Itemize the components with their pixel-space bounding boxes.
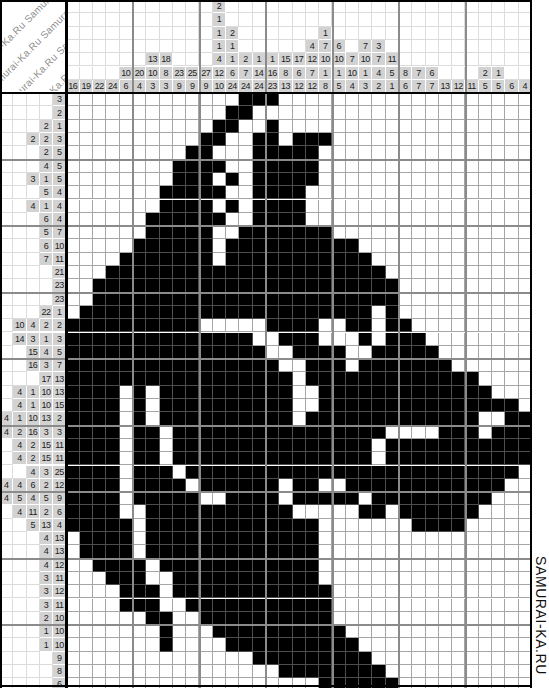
grid-cell-empty[interactable] (120, 479, 133, 492)
grid-cell-empty[interactable] (505, 652, 518, 665)
grid-cell-filled[interactable] (266, 306, 279, 319)
grid-cell-filled[interactable] (279, 665, 292, 678)
grid-cell-filled[interactable] (200, 226, 213, 239)
grid-cell-empty[interactable] (346, 333, 359, 346)
grid-cell-filled[interactable] (359, 293, 372, 306)
grid-cell-filled[interactable] (106, 386, 119, 399)
grid-cell-empty[interactable] (505, 545, 518, 558)
grid-cell-filled[interactable] (239, 466, 252, 479)
grid-cell-empty[interactable] (386, 532, 399, 545)
grid-cell-empty[interactable] (186, 93, 199, 106)
grid-cell-empty[interactable] (426, 213, 439, 226)
grid-cell-filled[interactable] (293, 572, 306, 585)
grid-cell-empty[interactable] (439, 599, 452, 612)
grid-cell-filled[interactable] (200, 426, 213, 439)
grid-cell-empty[interactable] (93, 652, 106, 665)
grid-cell-filled[interactable] (200, 200, 213, 213)
grid-cell-filled[interactable] (106, 266, 119, 279)
grid-cell-filled[interactable] (319, 306, 332, 319)
grid-cell-filled[interactable] (173, 359, 186, 372)
grid-cell-empty[interactable] (173, 466, 186, 479)
grid-cell-empty[interactable] (359, 492, 372, 505)
grid-cell-filled[interactable] (186, 266, 199, 279)
grid-cell-filled[interactable] (266, 133, 279, 146)
grid-cell-filled[interactable] (93, 386, 106, 399)
grid-cell-empty[interactable] (146, 638, 159, 651)
grid-cell-filled[interactable] (333, 665, 346, 678)
grid-cell-empty[interactable] (399, 652, 412, 665)
grid-cell-empty[interactable] (399, 213, 412, 226)
grid-cell-filled[interactable] (426, 505, 439, 518)
grid-cell-empty[interactable] (239, 160, 252, 173)
grid-cell-filled[interactable] (200, 359, 213, 372)
grid-cell-filled[interactable] (346, 266, 359, 279)
grid-cell-empty[interactable] (466, 652, 479, 665)
grid-cell-filled[interactable] (80, 333, 93, 346)
grid-cell-empty[interactable] (319, 559, 332, 572)
grid-cell-empty[interactable] (412, 532, 425, 545)
grid-cell-empty[interactable] (426, 226, 439, 239)
grid-cell-filled[interactable] (173, 293, 186, 306)
grid-cell-empty[interactable] (160, 585, 173, 598)
grid-cell-empty[interactable] (505, 226, 518, 239)
grid-cell-filled[interactable] (133, 559, 146, 572)
grid-cell-filled[interactable] (372, 399, 385, 412)
grid-cell-empty[interactable] (319, 545, 332, 558)
grid-cell-empty[interactable] (146, 678, 159, 688)
grid-cell-empty[interactable] (452, 253, 465, 266)
grid-cell-empty[interactable] (452, 279, 465, 292)
grid-cell-filled[interactable] (266, 412, 279, 425)
grid-cell-empty[interactable] (80, 146, 93, 159)
grid-cell-filled[interactable] (253, 386, 266, 399)
grid-cell-filled[interactable] (226, 173, 239, 186)
grid-cell-empty[interactable] (386, 638, 399, 651)
grid-cell-filled[interactable] (67, 399, 80, 412)
grid-cell-filled[interactable] (253, 213, 266, 226)
grid-cell-empty[interactable] (359, 585, 372, 598)
grid-cell-filled[interactable] (306, 665, 319, 678)
grid-cell-filled[interactable] (346, 466, 359, 479)
grid-cell-empty[interactable] (160, 678, 173, 688)
grid-cell-empty[interactable] (279, 133, 292, 146)
grid-cell-filled[interactable] (412, 359, 425, 372)
grid-cell-filled[interactable] (466, 386, 479, 399)
grid-cell-filled[interactable] (319, 585, 332, 598)
grid-cell-filled[interactable] (279, 146, 292, 159)
grid-cell-filled[interactable] (93, 399, 106, 412)
grid-cell-filled[interactable] (160, 545, 173, 558)
grid-cell-filled[interactable] (333, 652, 346, 665)
grid-cell-empty[interactable] (452, 612, 465, 625)
grid-cell-empty[interactable] (426, 266, 439, 279)
grid-cell-empty[interactable] (466, 306, 479, 319)
grid-cell-empty[interactable] (106, 226, 119, 239)
grid-cell-filled[interactable] (106, 372, 119, 385)
grid-cell-empty[interactable] (466, 239, 479, 252)
grid-cell-filled[interactable] (200, 466, 213, 479)
grid-cell-empty[interactable] (466, 665, 479, 678)
grid-cell-empty[interactable] (466, 293, 479, 306)
grid-cell-filled[interactable] (67, 492, 80, 505)
grid-cell-empty[interactable] (160, 572, 173, 585)
grid-cell-empty[interactable] (479, 186, 492, 199)
grid-cell-filled[interactable] (200, 306, 213, 319)
grid-cell-empty[interactable] (346, 359, 359, 372)
grid-cell-empty[interactable] (412, 160, 425, 173)
grid-cell-empty[interactable] (505, 678, 518, 688)
grid-cell-empty[interactable] (399, 239, 412, 252)
grid-cell-empty[interactable] (359, 186, 372, 199)
grid-cell-empty[interactable] (160, 160, 173, 173)
grid-cell-filled[interactable] (399, 466, 412, 479)
grid-cell-empty[interactable] (492, 585, 505, 598)
grid-cell-empty[interactable] (452, 665, 465, 678)
grid-cell-empty[interactable] (412, 279, 425, 292)
grid-cell-filled[interactable] (319, 133, 332, 146)
grid-cell-empty[interactable] (306, 200, 319, 213)
grid-cell-filled[interactable] (266, 399, 279, 412)
grid-cell-empty[interactable] (226, 186, 239, 199)
grid-cell-filled[interactable] (293, 652, 306, 665)
grid-cell-filled[interactable] (359, 426, 372, 439)
grid-cell-empty[interactable] (293, 106, 306, 119)
grid-cell-empty[interactable] (226, 665, 239, 678)
grid-cell-empty[interactable] (372, 306, 385, 319)
grid-cell-filled[interactable] (266, 585, 279, 598)
grid-cell-filled[interactable] (279, 399, 292, 412)
grid-cell-filled[interactable] (160, 200, 173, 213)
grid-cell-filled[interactable] (200, 239, 213, 252)
grid-cell-filled[interactable] (306, 492, 319, 505)
grid-cell-filled[interactable] (266, 200, 279, 213)
grid-cell-filled[interactable] (226, 599, 239, 612)
grid-cell-filled[interactable] (239, 346, 252, 359)
grid-cell-filled[interactable] (133, 319, 146, 332)
grid-cell-empty[interactable] (93, 678, 106, 688)
grid-cell-filled[interactable] (266, 372, 279, 385)
grid-cell-filled[interactable] (160, 253, 173, 266)
grid-cell-empty[interactable] (120, 146, 133, 159)
grid-cell-filled[interactable] (359, 266, 372, 279)
grid-cell-filled[interactable] (333, 439, 346, 452)
grid-cell-filled[interactable] (466, 505, 479, 518)
grid-cell-empty[interactable] (426, 93, 439, 106)
grid-cell-filled[interactable] (306, 279, 319, 292)
grid-cell-filled[interactable] (106, 572, 119, 585)
grid-cell-empty[interactable] (452, 306, 465, 319)
grid-cell-filled[interactable] (372, 293, 385, 306)
grid-cell-empty[interactable] (120, 625, 133, 638)
grid-cell-filled[interactable] (306, 519, 319, 532)
grid-cell-empty[interactable] (492, 93, 505, 106)
grid-cell-filled[interactable] (173, 439, 186, 452)
grid-cell-filled[interactable] (173, 505, 186, 518)
grid-cell-empty[interactable] (120, 213, 133, 226)
grid-cell-empty[interactable] (359, 93, 372, 106)
grid-cell-filled[interactable] (293, 426, 306, 439)
grid-cell-filled[interactable] (213, 559, 226, 572)
grid-cell-filled[interactable] (293, 545, 306, 558)
grid-cell-filled[interactable] (133, 572, 146, 585)
grid-cell-empty[interactable] (466, 213, 479, 226)
grid-cell-empty[interactable] (492, 266, 505, 279)
grid-cell-filled[interactable] (133, 492, 146, 505)
grid-cell-empty[interactable] (200, 625, 213, 638)
grid-cell-filled[interactable] (479, 439, 492, 452)
grid-cell-filled[interactable] (186, 439, 199, 452)
grid-cell-empty[interactable] (492, 186, 505, 199)
grid-cell-filled[interactable] (106, 399, 119, 412)
grid-cell-filled[interactable] (319, 253, 332, 266)
grid-cell-filled[interactable] (253, 638, 266, 651)
grid-cell-empty[interactable] (133, 93, 146, 106)
grid-cell-filled[interactable] (266, 652, 279, 665)
grid-cell-empty[interactable] (67, 612, 80, 625)
grid-cell-filled[interactable] (386, 439, 399, 452)
grid-cell-empty[interactable] (319, 532, 332, 545)
grid-cell-empty[interactable] (120, 399, 133, 412)
grid-cell-filled[interactable] (106, 306, 119, 319)
grid-cell-filled[interactable] (186, 386, 199, 399)
grid-cell-empty[interactable] (492, 120, 505, 133)
grid-cell-filled[interactable] (439, 386, 452, 399)
grid-cell-empty[interactable] (279, 106, 292, 119)
grid-cell-empty[interactable] (106, 173, 119, 186)
grid-cell-filled[interactable] (359, 399, 372, 412)
grid-cell-empty[interactable] (359, 625, 372, 638)
grid-cell-empty[interactable] (93, 638, 106, 651)
grid-cell-filled[interactable] (399, 346, 412, 359)
grid-cell-empty[interactable] (492, 293, 505, 306)
grid-cell-empty[interactable] (346, 572, 359, 585)
grid-cell-empty[interactable] (479, 572, 492, 585)
grid-cell-filled[interactable] (319, 372, 332, 385)
grid-cell-empty[interactable] (439, 133, 452, 146)
grid-cell-empty[interactable] (120, 120, 133, 133)
grid-cell-empty[interactable] (505, 333, 518, 346)
grid-cell-filled[interactable] (200, 399, 213, 412)
grid-cell-filled[interactable] (279, 612, 292, 625)
grid-cell-empty[interactable] (399, 146, 412, 159)
grid-cell-empty[interactable] (452, 133, 465, 146)
grid-cell-empty[interactable] (306, 505, 319, 518)
grid-cell-empty[interactable] (319, 505, 332, 518)
grid-cell-empty[interactable] (399, 106, 412, 119)
grid-cell-filled[interactable] (200, 439, 213, 452)
grid-cell-empty[interactable] (293, 505, 306, 518)
grid-cell-filled[interactable] (67, 333, 80, 346)
grid-cell-empty[interactable] (93, 186, 106, 199)
grid-cell-filled[interactable] (293, 492, 306, 505)
grid-cell-empty[interactable] (466, 253, 479, 266)
grid-cell-empty[interactable] (359, 346, 372, 359)
grid-cell-filled[interactable] (306, 466, 319, 479)
grid-cell-empty[interactable] (80, 678, 93, 688)
grid-cell-filled[interactable] (239, 333, 252, 346)
grid-cell-filled[interactable] (160, 186, 173, 199)
grid-cell-filled[interactable] (319, 412, 332, 425)
grid-cell-filled[interactable] (226, 572, 239, 585)
grid-cell-empty[interactable] (505, 266, 518, 279)
grid-cell-filled[interactable] (293, 346, 306, 359)
grid-cell-filled[interactable] (200, 173, 213, 186)
grid-cell-empty[interactable] (452, 93, 465, 106)
grid-cell-filled[interactable] (146, 532, 159, 545)
grid-cell-filled[interactable] (412, 452, 425, 465)
grid-cell-filled[interactable] (226, 439, 239, 452)
grid-cell-empty[interactable] (319, 572, 332, 585)
grid-cell-empty[interactable] (200, 638, 213, 651)
grid-cell-empty[interactable] (253, 333, 266, 346)
grid-cell-filled[interactable] (293, 452, 306, 465)
grid-cell-empty[interactable] (426, 572, 439, 585)
grid-cell-empty[interactable] (452, 572, 465, 585)
grid-cell-filled[interactable] (93, 293, 106, 306)
grid-cell-filled[interactable] (386, 412, 399, 425)
grid-cell-empty[interactable] (133, 173, 146, 186)
grid-cell-empty[interactable] (266, 333, 279, 346)
grid-cell-empty[interactable] (505, 386, 518, 399)
grid-cell-filled[interactable] (226, 505, 239, 518)
grid-cell-empty[interactable] (93, 625, 106, 638)
grid-cell-empty[interactable] (412, 612, 425, 625)
grid-cell-empty[interactable] (146, 200, 159, 213)
grid-cell-filled[interactable] (293, 625, 306, 638)
grid-cell-filled[interactable] (306, 452, 319, 465)
grid-cell-filled[interactable] (479, 452, 492, 465)
grid-cell-filled[interactable] (239, 452, 252, 465)
grid-cell-filled[interactable] (106, 545, 119, 558)
grid-cell-filled[interactable] (279, 293, 292, 306)
grid-cell-filled[interactable] (412, 412, 425, 425)
grid-cell-empty[interactable] (492, 306, 505, 319)
grid-cell-empty[interactable] (160, 452, 173, 465)
grid-cell-empty[interactable] (439, 106, 452, 119)
grid-cell-empty[interactable] (186, 133, 199, 146)
grid-cell-empty[interactable] (266, 106, 279, 119)
grid-cell-empty[interactable] (452, 333, 465, 346)
grid-cell-empty[interactable] (412, 426, 425, 439)
grid-cell-filled[interactable] (226, 612, 239, 625)
grid-cell-filled[interactable] (253, 439, 266, 452)
grid-cell-empty[interactable] (479, 412, 492, 425)
grid-cell-empty[interactable] (67, 678, 80, 688)
grid-cell-empty[interactable] (479, 545, 492, 558)
grid-cell-filled[interactable] (426, 412, 439, 425)
grid-cell-filled[interactable] (186, 492, 199, 505)
grid-cell-filled[interactable] (239, 279, 252, 292)
grid-cell-empty[interactable] (359, 160, 372, 173)
grid-cell-filled[interactable] (200, 253, 213, 266)
grid-cell-empty[interactable] (439, 93, 452, 106)
grid-cell-filled[interactable] (160, 213, 173, 226)
grid-cell-filled[interactable] (359, 466, 372, 479)
grid-cell-empty[interactable] (492, 505, 505, 518)
grid-cell-empty[interactable] (479, 266, 492, 279)
grid-cell-empty[interactable] (399, 266, 412, 279)
grid-cell-filled[interactable] (412, 479, 425, 492)
grid-cell-empty[interactable] (439, 572, 452, 585)
grid-cell-empty[interactable] (239, 319, 252, 332)
grid-cell-filled[interactable] (160, 612, 173, 625)
grid-cell-filled[interactable] (239, 625, 252, 638)
grid-cell-filled[interactable] (279, 186, 292, 199)
grid-cell-filled[interactable] (226, 293, 239, 306)
grid-cell-filled[interactable] (319, 466, 332, 479)
grid-cell-filled[interactable] (452, 439, 465, 452)
grid-cell-filled[interactable] (93, 333, 106, 346)
grid-cell-empty[interactable] (213, 93, 226, 106)
grid-cell-empty[interactable] (359, 239, 372, 252)
grid-cell-empty[interactable] (146, 146, 159, 159)
grid-cell-empty[interactable] (505, 532, 518, 545)
grid-cell-filled[interactable] (186, 399, 199, 412)
grid-cell-filled[interactable] (333, 426, 346, 439)
grid-cell-empty[interactable] (67, 279, 80, 292)
grid-cell-filled[interactable] (67, 466, 80, 479)
grid-cell-filled[interactable] (306, 306, 319, 319)
grid-cell-filled[interactable] (333, 386, 346, 399)
grid-cell-filled[interactable] (253, 186, 266, 199)
grid-cell-filled[interactable] (146, 426, 159, 439)
grid-cell-filled[interactable] (120, 346, 133, 359)
grid-cell-filled[interactable] (133, 306, 146, 319)
grid-cell-filled[interactable] (120, 572, 133, 585)
grid-cell-empty[interactable] (452, 585, 465, 598)
grid-cell-filled[interactable] (93, 479, 106, 492)
grid-cell-filled[interactable] (239, 519, 252, 532)
grid-cell-empty[interactable] (93, 226, 106, 239)
grid-cell-filled[interactable] (173, 412, 186, 425)
grid-cell-filled[interactable] (492, 479, 505, 492)
grid-cell-empty[interactable] (106, 638, 119, 651)
grid-cell-filled[interactable] (306, 426, 319, 439)
grid-cell-filled[interactable] (439, 359, 452, 372)
grid-cell-filled[interactable] (333, 253, 346, 266)
grid-cell-filled[interactable] (80, 359, 93, 372)
grid-cell-filled[interactable] (306, 559, 319, 572)
grid-cell-filled[interactable] (386, 372, 399, 385)
grid-cell-empty[interactable] (412, 226, 425, 239)
grid-cell-empty[interactable] (452, 638, 465, 651)
grid-cell-empty[interactable] (333, 479, 346, 492)
grid-cell-empty[interactable] (505, 133, 518, 146)
grid-cell-filled[interactable] (359, 333, 372, 346)
grid-cell-filled[interactable] (359, 253, 372, 266)
grid-cell-filled[interactable] (293, 160, 306, 173)
grid-cell-empty[interactable] (80, 226, 93, 239)
grid-cell-empty[interactable] (346, 346, 359, 359)
grid-cell-filled[interactable] (386, 492, 399, 505)
grid-cell-filled[interactable] (200, 519, 213, 532)
grid-cell-filled[interactable] (226, 266, 239, 279)
grid-cell-filled[interactable] (106, 412, 119, 425)
grid-cell-empty[interactable] (399, 572, 412, 585)
grid-cell-filled[interactable] (452, 519, 465, 532)
grid-cell-filled[interactable] (80, 479, 93, 492)
grid-cell-empty[interactable] (279, 346, 292, 359)
grid-cell-filled[interactable] (346, 253, 359, 266)
grid-cell-filled[interactable] (146, 253, 159, 266)
grid-cell-empty[interactable] (67, 585, 80, 598)
grid-cell-empty[interactable] (372, 585, 385, 598)
grid-cell-filled[interactable] (293, 466, 306, 479)
grid-cell-filled[interactable] (160, 293, 173, 306)
grid-cell-empty[interactable] (372, 532, 385, 545)
grid-cell-filled[interactable] (333, 399, 346, 412)
grid-cell-filled[interactable] (80, 439, 93, 452)
